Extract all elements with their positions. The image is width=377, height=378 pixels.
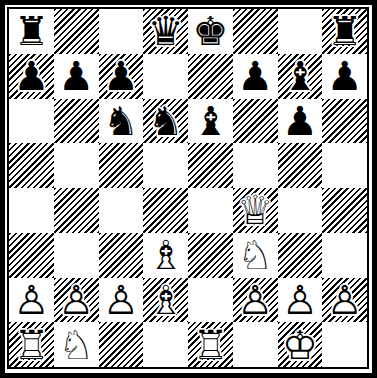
black-rook-backing: ♜ — [322, 9, 367, 54]
square-h3[interactable] — [322, 233, 367, 278]
black-knight-backing: ♞ — [99, 99, 144, 144]
white-pawn-icon[interactable]: ♙ — [54, 278, 99, 323]
square-f4[interactable]: ♛♕ — [233, 188, 278, 233]
white-knight-icon[interactable]: ♘ — [54, 322, 99, 367]
chess-diagram: ♜♜♛♛♚♚♜♜♟♟♟♟♟♟♟♟♝♝♟♟♞♞♞♞♝♝♟♟♛♕♝♗♞♘♟♙♟♙♟♙… — [0, 0, 377, 378]
white-bishop-backing: ♝ — [143, 233, 188, 278]
black-king-backing: ♚ — [188, 9, 233, 54]
square-d6[interactable]: ♞♞ — [143, 99, 188, 144]
black-pawn-icon[interactable]: ♟ — [322, 54, 367, 99]
black-king-icon[interactable]: ♚ — [188, 9, 233, 54]
square-d7[interactable] — [143, 54, 188, 99]
square-g6[interactable]: ♟♟ — [278, 99, 323, 144]
square-b4[interactable] — [54, 188, 99, 233]
black-pawn-backing: ♟ — [99, 54, 144, 99]
white-bishop-icon[interactable]: ♗ — [143, 278, 188, 323]
white-bishop-backing: ♝ — [143, 278, 188, 323]
square-e4[interactable] — [188, 188, 233, 233]
white-pawn-backing: ♟ — [9, 278, 54, 323]
square-a3[interactable] — [9, 233, 54, 278]
square-c8[interactable] — [99, 9, 144, 54]
white-bishop-icon[interactable]: ♗ — [143, 233, 188, 278]
square-h4[interactable] — [322, 188, 367, 233]
white-pawn-icon[interactable]: ♙ — [9, 278, 54, 323]
black-rook-icon[interactable]: ♜ — [322, 9, 367, 54]
square-h6[interactable] — [322, 99, 367, 144]
square-b3[interactable] — [54, 233, 99, 278]
square-e8[interactable]: ♚♚ — [188, 9, 233, 54]
square-d8[interactable]: ♛♛ — [143, 9, 188, 54]
white-pawn-backing: ♟ — [233, 278, 278, 323]
black-pawn-backing: ♟ — [322, 54, 367, 99]
square-g3[interactable] — [278, 233, 323, 278]
black-bishop-backing: ♝ — [278, 54, 323, 99]
square-a1[interactable]: ♜♖ — [9, 322, 54, 367]
square-f8[interactable] — [233, 9, 278, 54]
board-frame: ♜♜♛♛♚♚♜♜♟♟♟♟♟♟♟♟♝♝♟♟♞♞♞♞♝♝♟♟♛♕♝♗♞♘♟♙♟♙♟♙… — [0, 0, 377, 378]
square-c4[interactable] — [99, 188, 144, 233]
square-e7[interactable] — [188, 54, 233, 99]
square-h5[interactable] — [322, 143, 367, 188]
square-c3[interactable] — [99, 233, 144, 278]
white-pawn-backing: ♟ — [278, 278, 323, 323]
square-e3[interactable] — [188, 233, 233, 278]
square-f5[interactable] — [233, 143, 278, 188]
square-a8[interactable]: ♜♜ — [9, 9, 54, 54]
square-c5[interactable] — [99, 143, 144, 188]
square-a7[interactable]: ♟♟ — [9, 54, 54, 99]
black-bishop-icon[interactable]: ♝ — [188, 99, 233, 144]
square-d4[interactable] — [143, 188, 188, 233]
black-bishop-backing: ♝ — [188, 99, 233, 144]
square-a5[interactable] — [9, 143, 54, 188]
black-bishop-icon[interactable]: ♝ — [278, 54, 323, 99]
square-f6[interactable] — [233, 99, 278, 144]
black-pawn-backing: ♟ — [9, 54, 54, 99]
square-c2[interactable]: ♟♙ — [99, 278, 144, 323]
square-g7[interactable]: ♝♝ — [278, 54, 323, 99]
black-pawn-backing: ♟ — [233, 54, 278, 99]
white-rook-icon[interactable]: ♖ — [188, 322, 233, 367]
square-d1[interactable] — [143, 322, 188, 367]
square-b8[interactable] — [54, 9, 99, 54]
square-g2[interactable]: ♟♙ — [278, 278, 323, 323]
square-e5[interactable] — [188, 143, 233, 188]
black-pawn-backing: ♟ — [54, 54, 99, 99]
white-king-backing: ♚ — [278, 322, 323, 367]
square-d2[interactable]: ♝♗ — [143, 278, 188, 323]
square-b6[interactable] — [54, 99, 99, 144]
square-a2[interactable]: ♟♙ — [9, 278, 54, 323]
square-c6[interactable]: ♞♞ — [99, 99, 144, 144]
black-pawn-icon[interactable]: ♟ — [99, 54, 144, 99]
square-c7[interactable]: ♟♟ — [99, 54, 144, 99]
square-f7[interactable]: ♟♟ — [233, 54, 278, 99]
black-knight-icon[interactable]: ♞ — [143, 99, 188, 144]
white-pawn-icon[interactable]: ♙ — [322, 278, 367, 323]
square-h8[interactable]: ♜♜ — [322, 9, 367, 54]
white-knight-backing: ♞ — [233, 233, 278, 278]
square-c1[interactable] — [99, 322, 144, 367]
black-pawn-icon[interactable]: ♟ — [54, 54, 99, 99]
white-rook-backing: ♜ — [9, 322, 54, 367]
square-h2[interactable]: ♟♙ — [322, 278, 367, 323]
white-rook-icon[interactable]: ♖ — [9, 322, 54, 367]
square-g4[interactable] — [278, 188, 323, 233]
square-g8[interactable] — [278, 9, 323, 54]
chess-board: ♜♜♛♛♚♚♜♜♟♟♟♟♟♟♟♟♝♝♟♟♞♞♞♞♝♝♟♟♛♕♝♗♞♘♟♙♟♙♟♙… — [7, 7, 369, 369]
square-d3[interactable]: ♝♗ — [143, 233, 188, 278]
square-f3[interactable]: ♞♘ — [233, 233, 278, 278]
square-h1[interactable] — [322, 322, 367, 367]
white-pawn-icon[interactable]: ♙ — [278, 278, 323, 323]
black-knight-icon[interactable]: ♞ — [99, 99, 144, 144]
black-rook-icon[interactable]: ♜ — [9, 9, 54, 54]
square-e2[interactable] — [188, 278, 233, 323]
white-pawn-icon[interactable]: ♙ — [233, 278, 278, 323]
square-b2[interactable]: ♟♙ — [54, 278, 99, 323]
square-d5[interactable] — [143, 143, 188, 188]
square-g5[interactable] — [278, 143, 323, 188]
square-g1[interactable]: ♚♔ — [278, 322, 323, 367]
square-e1[interactable]: ♜♖ — [188, 322, 233, 367]
white-knight-backing: ♞ — [54, 322, 99, 367]
square-f2[interactable]: ♟♙ — [233, 278, 278, 323]
black-pawn-icon[interactable]: ♟ — [9, 54, 54, 99]
square-a4[interactable] — [9, 188, 54, 233]
black-queen-icon[interactable]: ♛ — [143, 9, 188, 54]
white-pawn-backing: ♟ — [54, 278, 99, 323]
square-b5[interactable] — [54, 143, 99, 188]
white-pawn-icon[interactable]: ♙ — [99, 278, 144, 323]
white-knight-icon[interactable]: ♘ — [233, 233, 278, 278]
square-a6[interactable] — [9, 99, 54, 144]
white-queen-icon[interactable]: ♕ — [233, 188, 278, 233]
square-f1[interactable] — [233, 322, 278, 367]
black-pawn-icon[interactable]: ♟ — [278, 99, 323, 144]
square-e6[interactable]: ♝♝ — [188, 99, 233, 144]
black-pawn-backing: ♟ — [278, 99, 323, 144]
black-rook-backing: ♜ — [9, 9, 54, 54]
black-queen-backing: ♛ — [143, 9, 188, 54]
white-pawn-backing: ♟ — [99, 278, 144, 323]
white-pawn-backing: ♟ — [322, 278, 367, 323]
black-knight-backing: ♞ — [143, 99, 188, 144]
black-pawn-icon[interactable]: ♟ — [233, 54, 278, 99]
white-rook-backing: ♜ — [188, 322, 233, 367]
white-king-icon[interactable]: ♔ — [278, 322, 323, 367]
white-queen-backing: ♛ — [233, 188, 278, 233]
square-h7[interactable]: ♟♟ — [322, 54, 367, 99]
square-b7[interactable]: ♟♟ — [54, 54, 99, 99]
square-b1[interactable]: ♞♘ — [54, 322, 99, 367]
